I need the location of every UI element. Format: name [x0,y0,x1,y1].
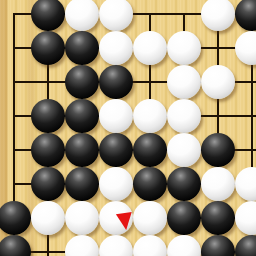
black-stone-c4-r5[interactable] [99,133,133,167]
white-stone-c5-r4[interactable] [133,99,167,133]
white-stone-c6-r5[interactable] [167,133,201,167]
white-stone-c3-r1[interactable] [65,0,99,31]
black-stone-c2-r2[interactable] [31,31,65,65]
white-stone-c7-r1[interactable] [201,0,235,31]
black-stone-c3-r5[interactable] [65,133,99,167]
black-stone-c7-r8[interactable] [201,235,235,256]
black-stone-c3-r6[interactable] [65,167,99,201]
white-stone-c6-r2[interactable] [167,31,201,65]
white-stone-c7-r3[interactable] [201,65,235,99]
black-stone-c8-r8[interactable] [235,235,256,256]
black-stone-c5-r6[interactable] [133,167,167,201]
white-stone-c5-r2[interactable] [133,31,167,65]
black-stone-c7-r5[interactable] [201,133,235,167]
white-stone-c4-r1[interactable] [99,0,133,31]
white-stone-c4-r8[interactable] [99,235,133,256]
black-stone-c4-r3[interactable] [99,65,133,99]
black-stone-c6-r6[interactable] [167,167,201,201]
black-stone-c2-r6[interactable] [31,167,65,201]
black-stone-c8-r1[interactable] [235,0,256,31]
black-stone-c1-r7[interactable] [0,201,31,235]
black-stone-c2-r1[interactable] [31,0,65,31]
white-stone-c3-r7[interactable] [65,201,99,235]
white-stone-c6-r8[interactable] [167,235,201,256]
black-stone-c1-r8[interactable] [0,235,31,256]
white-stone-c5-r7[interactable] [133,201,167,235]
black-stone-c3-r3[interactable] [65,65,99,99]
last-move-triangle-marker [116,212,134,231]
black-stone-c2-r5[interactable] [31,133,65,167]
white-stone-c8-r7[interactable] [235,201,256,235]
white-stone-c7-r6[interactable] [201,167,235,201]
white-stone-c5-r8[interactable] [133,235,167,256]
black-stone-c2-r4[interactable] [31,99,65,133]
go-board[interactable] [0,0,256,256]
black-stone-c5-r5[interactable] [133,133,167,167]
white-stone-c8-r6[interactable] [235,167,256,201]
white-stone-c4-r2[interactable] [99,31,133,65]
black-stone-c6-r7[interactable] [167,201,201,235]
white-stone-c4-r6[interactable] [99,167,133,201]
black-stone-c3-r4[interactable] [65,99,99,133]
black-stone-c3-r2[interactable] [65,31,99,65]
white-stone-c2-r7[interactable] [31,201,65,235]
white-stone-c4-r4[interactable] [99,99,133,133]
white-stone-c6-r3[interactable] [167,65,201,99]
white-stone-c8-r2[interactable] [235,31,256,65]
white-stone-c3-r8[interactable] [65,235,99,256]
white-stone-c6-r4[interactable] [167,99,201,133]
black-stone-c7-r7[interactable] [201,201,235,235]
